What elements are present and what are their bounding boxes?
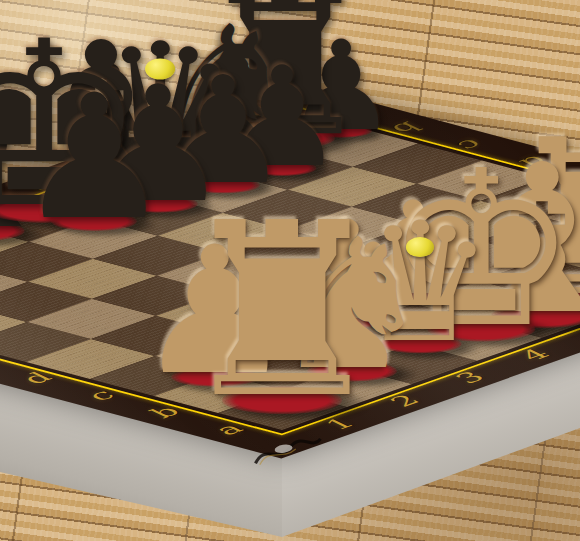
pieces-layer: ♝♚♝♛♞♜♟♟♟♟♟♜♞♛♚♝♜♟♟♟ [0, 0, 580, 541]
piece-white-rook-a1[interactable]: ♜ [174, 191, 389, 431]
chess-scene: 12345678hgfedcbaabcdefgh87654321 ♝♚♝♛♞♜♟… [0, 0, 580, 541]
